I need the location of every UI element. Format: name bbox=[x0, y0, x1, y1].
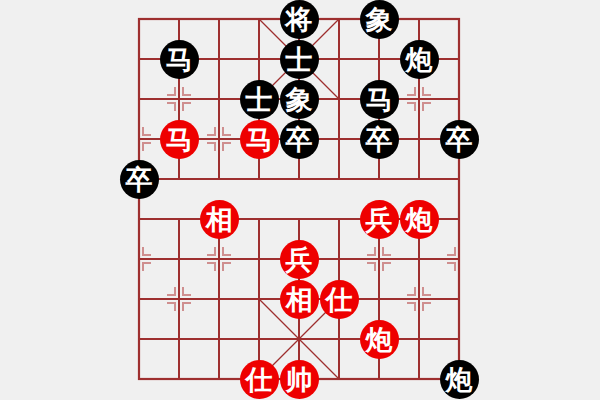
piece-black-soldier[interactable]: 卒 bbox=[280, 120, 319, 159]
piece-black-cannon[interactable]: 炮 bbox=[400, 40, 439, 79]
piece-red-advisor[interactable]: 仕 bbox=[320, 280, 359, 319]
piece-black-advisor[interactable]: 士 bbox=[240, 80, 279, 119]
piece-red-cannon[interactable]: 炮 bbox=[360, 320, 399, 359]
piece-red-soldier[interactable]: 兵 bbox=[360, 200, 399, 239]
piece-black-cannon[interactable]: 炮 bbox=[440, 360, 479, 399]
piece-black-soldier[interactable]: 卒 bbox=[120, 160, 159, 199]
board-intersections: 将象马士炮士象马马马卒卒卒卒相兵炮兵相仕炮仕帅炮 bbox=[119, 0, 479, 399]
piece-black-elephant[interactable]: 象 bbox=[360, 0, 399, 39]
piece-black-soldier[interactable]: 卒 bbox=[360, 120, 399, 159]
piece-red-general[interactable]: 帅 bbox=[280, 360, 319, 399]
piece-red-elephant[interactable]: 相 bbox=[200, 200, 239, 239]
piece-black-horse[interactable]: 马 bbox=[160, 40, 199, 79]
piece-black-horse[interactable]: 马 bbox=[360, 80, 399, 119]
piece-red-soldier[interactable]: 兵 bbox=[280, 240, 319, 279]
piece-red-horse[interactable]: 马 bbox=[160, 120, 199, 159]
piece-black-advisor[interactable]: 士 bbox=[280, 40, 319, 79]
piece-red-advisor[interactable]: 仕 bbox=[240, 360, 279, 399]
xiangqi-board: 将象马士炮士象马马马卒卒卒卒相兵炮兵相仕炮仕帅炮 bbox=[0, 0, 600, 400]
piece-black-soldier[interactable]: 卒 bbox=[440, 120, 479, 159]
piece-red-cannon[interactable]: 炮 bbox=[400, 200, 439, 239]
piece-black-elephant[interactable]: 象 bbox=[280, 80, 319, 119]
piece-red-elephant[interactable]: 相 bbox=[280, 280, 319, 319]
piece-red-horse[interactable]: 马 bbox=[240, 120, 279, 159]
piece-black-general[interactable]: 将 bbox=[280, 0, 319, 39]
